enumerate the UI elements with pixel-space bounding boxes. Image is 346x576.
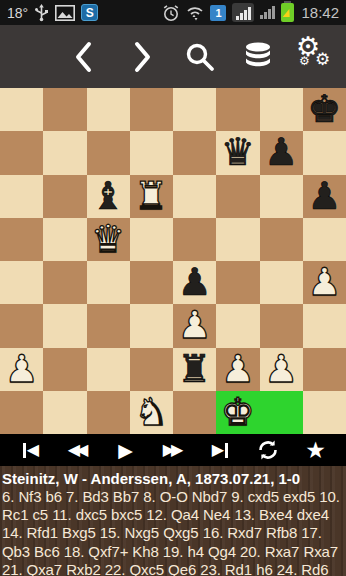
app-toolbar: ⚙ ⚙ ⚙ xyxy=(0,25,346,88)
square-h3[interactable] xyxy=(303,304,346,347)
square-g7[interactable]: ♟ xyxy=(260,131,303,174)
square-b7[interactable] xyxy=(43,131,86,174)
square-h5[interactable] xyxy=(303,218,346,261)
square-a7[interactable] xyxy=(0,131,43,174)
square-a6[interactable] xyxy=(0,175,43,218)
square-c2[interactable] xyxy=(87,348,130,391)
piece-g7-bP: ♟ xyxy=(264,131,298,174)
square-a2[interactable]: ♟ xyxy=(0,348,43,391)
square-c1[interactable] xyxy=(87,391,130,434)
square-d7[interactable] xyxy=(130,131,173,174)
star-icon: ★ xyxy=(305,439,326,462)
square-c4[interactable] xyxy=(87,261,130,304)
skype-icon: S xyxy=(81,4,98,21)
signal-sim2-icon xyxy=(260,6,275,19)
square-e4[interactable]: ♟ xyxy=(173,261,216,304)
square-b3[interactable] xyxy=(43,304,86,347)
square-d4[interactable] xyxy=(130,261,173,304)
square-g3[interactable] xyxy=(260,304,303,347)
square-g6[interactable] xyxy=(260,175,303,218)
square-f4[interactable] xyxy=(216,261,259,304)
square-c5[interactable]: ♛ xyxy=(87,218,130,261)
database-icon xyxy=(243,41,273,73)
square-e1[interactable] xyxy=(173,391,216,434)
square-c6[interactable]: ♝ xyxy=(87,175,130,218)
signal-sim1-icon xyxy=(232,3,254,22)
square-e5[interactable] xyxy=(173,218,216,261)
gallery-icon xyxy=(55,5,75,21)
move-line[interactable]: 14. Rfd1 Bxg5 15. Nxg5 Qxg5 16. Rxd7 Rfb… xyxy=(2,524,344,542)
play-icon: ▶ xyxy=(118,442,133,458)
square-h4[interactable]: ♟ xyxy=(303,261,346,304)
rewind-button[interactable]: ◀◀ xyxy=(61,434,95,466)
square-c8[interactable] xyxy=(87,88,130,131)
database-button[interactable] xyxy=(236,35,280,79)
game-info-panel: Steinitz, W - Anderssen, A, 1873.07.21, … xyxy=(0,466,346,576)
square-b1[interactable] xyxy=(43,391,86,434)
move-line[interactable]: Rc1 c5 11. dxc5 bxc5 12. Qa4 Ne4 13. Bxe… xyxy=(2,506,344,524)
square-d5[interactable] xyxy=(130,218,173,261)
square-b2[interactable] xyxy=(43,348,86,391)
play-button[interactable]: ▶ xyxy=(109,434,143,466)
square-e3[interactable]: ♟ xyxy=(173,304,216,347)
square-b4[interactable] xyxy=(43,261,86,304)
square-h1[interactable] xyxy=(303,391,346,434)
square-a1[interactable] xyxy=(0,391,43,434)
square-h2[interactable] xyxy=(303,348,346,391)
piece-h4-wP: ♟ xyxy=(307,261,341,304)
square-f1[interactable]: ♚ xyxy=(216,391,259,434)
previous-game-button[interactable] xyxy=(62,35,106,79)
square-g8[interactable] xyxy=(260,88,303,131)
piece-g2-wP: ♟ xyxy=(264,348,298,391)
square-e7[interactable] xyxy=(173,131,216,174)
square-h6[interactable]: ♟ xyxy=(303,175,346,218)
square-e8[interactable] xyxy=(173,88,216,131)
square-f2[interactable]: ♟ xyxy=(216,348,259,391)
battery-icon xyxy=(281,3,294,22)
square-e6[interactable] xyxy=(173,175,216,218)
piece-f2-wP: ♟ xyxy=(221,348,255,391)
square-d3[interactable] xyxy=(130,304,173,347)
square-c7[interactable] xyxy=(87,131,130,174)
gears-icon: ⚙ ⚙ ⚙ xyxy=(296,37,336,77)
settings-button[interactable]: ⚙ ⚙ ⚙ xyxy=(294,35,338,79)
usb-icon xyxy=(34,4,49,22)
status-clock: 18:42 xyxy=(301,4,339,21)
move-list[interactable]: 6. Nf3 b6 7. Bd3 Bb7 8. O-O Nbd7 9. cxd5… xyxy=(2,488,344,576)
piece-c6-bB: ♝ xyxy=(91,175,125,218)
square-f7[interactable]: ♛ xyxy=(216,131,259,174)
piece-e3-wP: ♟ xyxy=(178,304,212,347)
skip-start-icon xyxy=(23,443,26,458)
square-d8[interactable] xyxy=(130,88,173,131)
square-d2[interactable] xyxy=(130,348,173,391)
piece-h8-bK: ♚ xyxy=(307,88,341,131)
square-h7[interactable] xyxy=(303,131,346,174)
skip-to-end-button[interactable]: ▶ xyxy=(204,434,238,466)
move-line[interactable]: Qb3 Bc6 18. Qxf7+ Kh8 19. h4 Qg4 20. Rxa… xyxy=(2,543,344,561)
square-a3[interactable] xyxy=(0,304,43,347)
move-line[interactable]: 21. Qxa7 Rxb2 22. Qxc5 Qe6 23. Rd1 h6 24… xyxy=(2,561,344,576)
square-f5[interactable] xyxy=(216,218,259,261)
square-c3[interactable] xyxy=(87,304,130,347)
square-g1[interactable] xyxy=(260,391,303,434)
square-a8[interactable] xyxy=(0,88,43,131)
piece-f7-bQ: ♛ xyxy=(221,131,255,174)
notification-badge: 1 xyxy=(210,5,226,21)
piece-d6-wR: ♜ xyxy=(134,175,168,218)
search-icon xyxy=(184,41,216,73)
square-g4[interactable] xyxy=(260,261,303,304)
square-a4[interactable] xyxy=(0,261,43,304)
refresh-button[interactable] xyxy=(251,434,285,466)
square-f8[interactable] xyxy=(216,88,259,131)
square-g5[interactable] xyxy=(260,218,303,261)
game-header: Steinitz, W - Anderssen, A, 1873.07.21, … xyxy=(2,469,344,488)
chess-board: ♚♛♟♝♜♟♛♟♟♟♟♜♟♟♞♚ xyxy=(0,88,346,434)
square-f6[interactable] xyxy=(216,175,259,218)
square-g2[interactable]: ♟ xyxy=(260,348,303,391)
square-f3[interactable] xyxy=(216,304,259,347)
square-b6[interactable] xyxy=(43,175,86,218)
square-d1[interactable]: ♞ xyxy=(130,391,173,434)
favorite-button[interactable]: ★ xyxy=(299,434,333,466)
square-b5[interactable] xyxy=(43,218,86,261)
next-game-button[interactable] xyxy=(120,35,164,79)
move-line[interactable]: 6. Nf3 b6 7. Bd3 Bb7 8. O-O Nbd7 9. cxd5… xyxy=(2,488,344,506)
piece-c5-wQ: ♛ xyxy=(91,218,125,261)
square-a5[interactable] xyxy=(0,218,43,261)
square-b8[interactable] xyxy=(43,88,86,131)
piece-f1-wK: ♚ xyxy=(221,391,255,434)
chevron-right-icon xyxy=(130,40,154,74)
square-e2[interactable]: ♜ xyxy=(173,348,216,391)
skip-to-start-button[interactable]: ◀ xyxy=(14,434,48,466)
playback-bar: ◀ ◀◀ ▶ ▶▶ ▶ ★ xyxy=(0,434,346,466)
chevron-left-icon xyxy=(72,40,96,74)
fast-forward-button[interactable]: ▶▶ xyxy=(156,434,190,466)
wifi-transfer-icon xyxy=(186,4,204,22)
piece-d1-wN: ♞ xyxy=(134,391,168,434)
skip-end-icon: ▶ xyxy=(212,442,224,458)
temperature-indicator: 18° xyxy=(7,5,28,21)
piece-e2-bR: ♜ xyxy=(178,348,212,391)
status-bar: 18° S xyxy=(0,0,346,25)
refresh-icon xyxy=(256,438,280,462)
piece-e4-bP: ♟ xyxy=(178,261,212,304)
square-h8[interactable]: ♚ xyxy=(303,88,346,131)
piece-h6-bP: ♟ xyxy=(307,175,341,218)
piece-a2-wP: ♟ xyxy=(5,348,39,391)
alarm-icon xyxy=(162,4,180,22)
search-button[interactable] xyxy=(178,35,222,79)
square-d6[interactable]: ♜ xyxy=(130,175,173,218)
